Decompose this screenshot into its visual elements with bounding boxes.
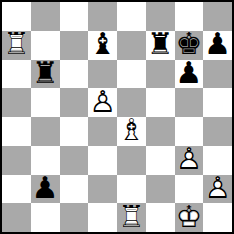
piece-black-rook: ♜ [146,31,175,60]
square-a4[interactable] [2,117,31,146]
square-d7[interactable]: ♝ [88,31,117,60]
chess-board-frame: ♜♖♝♜♚♟♜♟♟♙♝♗♟♙♟♟♙♜♖♚♔ [0,0,234,234]
square-h7[interactable]: ♟ [203,31,232,60]
square-e7[interactable] [117,31,146,60]
square-a7[interactable]: ♜♖ [2,31,31,60]
square-a2[interactable] [2,175,31,204]
square-b6[interactable]: ♜ [31,60,60,89]
square-d3[interactable] [88,146,117,175]
square-b8[interactable] [31,2,60,31]
square-h4[interactable] [203,117,232,146]
square-e4[interactable]: ♝♗ [117,117,146,146]
square-c3[interactable] [60,146,89,175]
square-g1[interactable]: ♚♔ [175,203,204,232]
piece-black-pawn: ♟ [203,31,232,60]
square-c6[interactable] [60,60,89,89]
square-b4[interactable] [31,117,60,146]
piece-black-pawn: ♟ [175,60,204,89]
piece-white-pawn: ♟♙ [175,146,204,175]
square-f3[interactable] [146,146,175,175]
square-c5[interactable] [60,88,89,117]
square-a5[interactable] [2,88,31,117]
square-f1[interactable] [146,203,175,232]
square-c2[interactable] [60,175,89,204]
square-c7[interactable] [60,31,89,60]
square-h1[interactable] [203,203,232,232]
square-d2[interactable] [88,175,117,204]
square-f2[interactable] [146,175,175,204]
piece-white-pawn: ♟♙ [88,88,117,117]
chess-board: ♜♖♝♜♚♟♜♟♟♙♝♗♟♙♟♟♙♜♖♚♔ [2,2,232,232]
square-d1[interactable] [88,203,117,232]
piece-black-rook: ♜ [31,60,60,89]
piece-white-king: ♚♔ [175,203,204,232]
square-g3[interactable]: ♟♙ [175,146,204,175]
square-d4[interactable] [88,117,117,146]
square-f6[interactable] [146,60,175,89]
square-h5[interactable] [203,88,232,117]
square-b2[interactable]: ♟ [31,175,60,204]
square-e1[interactable]: ♜♖ [117,203,146,232]
piece-white-pawn: ♟♙ [203,175,232,204]
square-b1[interactable] [31,203,60,232]
square-e8[interactable] [117,2,146,31]
piece-white-bishop: ♝♗ [117,117,146,146]
square-g6[interactable]: ♟ [175,60,204,89]
square-d5[interactable]: ♟♙ [88,88,117,117]
square-c1[interactable] [60,203,89,232]
square-f7[interactable]: ♜ [146,31,175,60]
square-h6[interactable] [203,60,232,89]
square-c4[interactable] [60,117,89,146]
square-a1[interactable] [2,203,31,232]
piece-black-bishop: ♝ [88,31,117,60]
square-f4[interactable] [146,117,175,146]
piece-white-rook: ♜♖ [117,203,146,232]
square-h2[interactable]: ♟♙ [203,175,232,204]
piece-black-pawn: ♟ [31,175,60,204]
square-a6[interactable] [2,60,31,89]
piece-white-rook: ♜♖ [2,31,31,60]
square-a3[interactable] [2,146,31,175]
square-f5[interactable] [146,88,175,117]
square-b5[interactable] [31,88,60,117]
square-g5[interactable] [175,88,204,117]
square-e6[interactable] [117,60,146,89]
square-e3[interactable] [117,146,146,175]
square-c8[interactable] [60,2,89,31]
